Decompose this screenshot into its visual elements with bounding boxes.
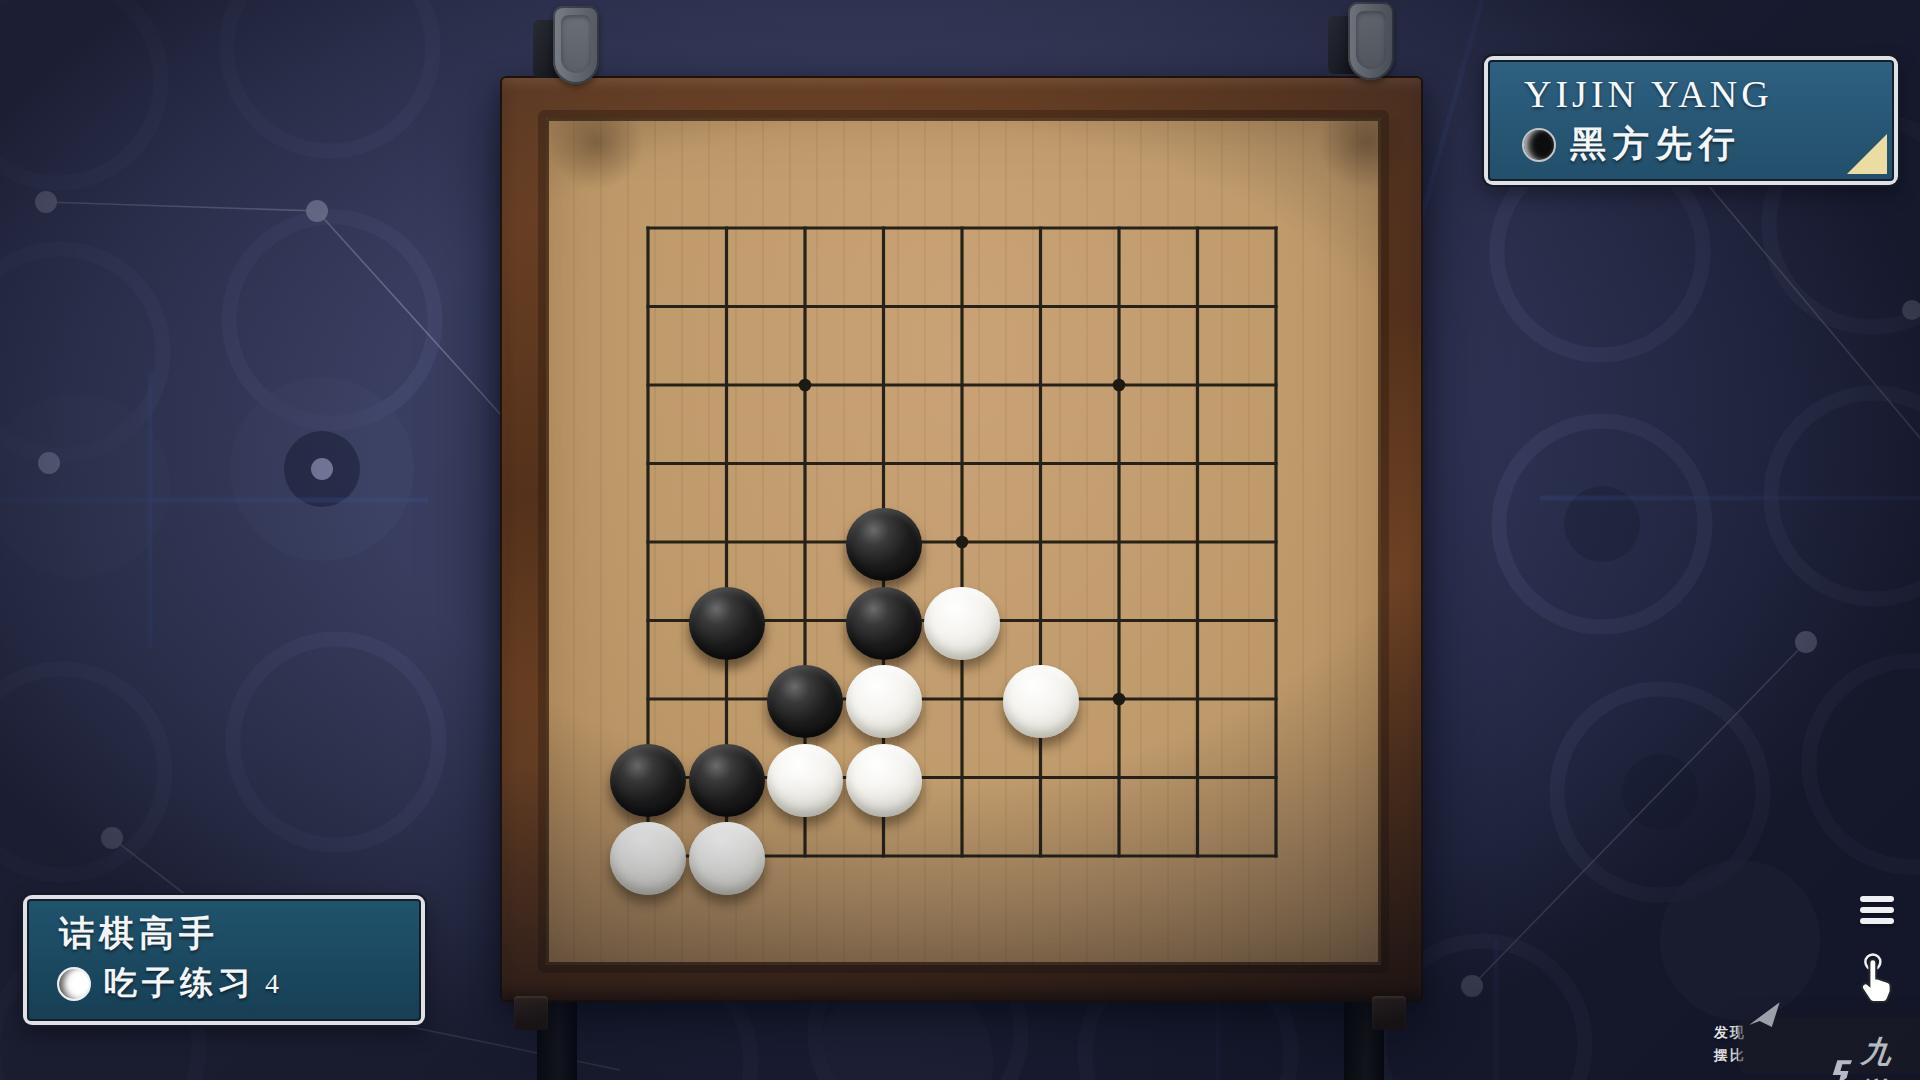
practice-label: 吃子练习 <box>104 961 256 1006</box>
clamp-front <box>1348 2 1394 80</box>
board-foot-right <box>1372 996 1406 1030</box>
practice-number: 4 <box>265 968 279 1000</box>
clamp-front <box>553 6 599 84</box>
turn-label: 黑方先行 <box>1570 120 1742 169</box>
clamp-shadow-right <box>1318 118 1414 190</box>
white-stone[interactable] <box>846 744 922 817</box>
board-clamp-right <box>1328 2 1408 76</box>
brand-name: 九游 <box>1854 1032 1920 1080</box>
next-triangle-icon[interactable] <box>1847 134 1887 174</box>
player-panel-inner: YIJIN YANG 黑方先行 <box>1488 60 1894 181</box>
black-stone[interactable] <box>689 744 765 817</box>
black-stone[interactable] <box>610 744 686 817</box>
white-stone[interactable] <box>1003 665 1079 738</box>
board-clamp-left <box>533 6 613 86</box>
white-stone[interactable] <box>767 744 843 817</box>
player-panel: YIJIN YANG 黑方先行 <box>1484 56 1898 185</box>
black-stone[interactable] <box>846 587 922 660</box>
white-stone[interactable] <box>924 587 1000 660</box>
white-stone[interactable] <box>689 822 765 895</box>
board-foot-left <box>514 996 548 1030</box>
puzzle-panel-inner: 诘棋高手 吃子练习 4 <box>27 899 421 1021</box>
player-name: YIJIN YANG <box>1524 72 1892 116</box>
puzzle-panel: 诘棋高手 吃子练习 4 <box>23 895 425 1025</box>
black-stone[interactable] <box>846 508 922 581</box>
black-stone[interactable] <box>689 587 765 660</box>
white-stone-icon <box>57 967 91 1001</box>
black-stone[interactable] <box>767 665 843 738</box>
brand-logo-icon <box>1828 1055 1855 1080</box>
white-stone[interactable] <box>610 822 686 895</box>
puzzle-title: 诘棋高手 <box>59 910 419 957</box>
brand-watermark: 九游 <box>1828 1032 1920 1080</box>
clamp-shadow-left <box>548 118 644 190</box>
white-stone[interactable] <box>846 665 922 738</box>
black-stone-icon <box>1522 128 1556 162</box>
hamburger-menu-icon[interactable] <box>1860 896 1894 929</box>
stage: YIJIN YANG 黑方先行 诘棋高手 吃子练习 4 发现 摆比 <box>0 0 1920 1080</box>
